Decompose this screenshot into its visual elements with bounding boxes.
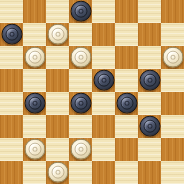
square-f2[interactable] bbox=[115, 138, 138, 161]
square-c8 bbox=[46, 0, 69, 23]
square-c2 bbox=[46, 138, 69, 161]
white-piece-c1[interactable] bbox=[47, 161, 68, 182]
square-b7 bbox=[23, 23, 46, 46]
square-c7[interactable] bbox=[46, 23, 69, 46]
white-piece-d6[interactable] bbox=[70, 46, 91, 67]
square-d6[interactable] bbox=[69, 46, 92, 69]
square-g6 bbox=[138, 46, 161, 69]
square-f4[interactable] bbox=[115, 92, 138, 115]
square-a1[interactable] bbox=[0, 161, 23, 184]
black-piece-b4[interactable] bbox=[24, 92, 45, 113]
square-g5[interactable] bbox=[138, 69, 161, 92]
square-e8 bbox=[92, 0, 115, 23]
square-d3 bbox=[69, 115, 92, 138]
square-d4[interactable] bbox=[69, 92, 92, 115]
square-e2 bbox=[92, 138, 115, 161]
square-h1 bbox=[161, 161, 184, 184]
square-g3[interactable] bbox=[138, 115, 161, 138]
square-a4 bbox=[0, 92, 23, 115]
white-piece-h6[interactable] bbox=[162, 46, 183, 67]
square-f6[interactable] bbox=[115, 46, 138, 69]
white-piece-d2[interactable] bbox=[70, 138, 91, 159]
white-piece-c7[interactable] bbox=[47, 23, 68, 44]
square-g8 bbox=[138, 0, 161, 23]
square-a2 bbox=[0, 138, 23, 161]
black-piece-g5[interactable] bbox=[139, 69, 160, 90]
black-piece-e5[interactable] bbox=[93, 69, 114, 90]
square-g4 bbox=[138, 92, 161, 115]
black-piece-d4[interactable] bbox=[70, 92, 91, 113]
square-g1[interactable] bbox=[138, 161, 161, 184]
square-b1 bbox=[23, 161, 46, 184]
square-c5[interactable] bbox=[46, 69, 69, 92]
square-a6 bbox=[0, 46, 23, 69]
square-d2[interactable] bbox=[69, 138, 92, 161]
checkers-board bbox=[0, 0, 184, 184]
square-h8[interactable] bbox=[161, 0, 184, 23]
square-d8[interactable] bbox=[69, 0, 92, 23]
square-e1[interactable] bbox=[92, 161, 115, 184]
square-e6 bbox=[92, 46, 115, 69]
square-a7[interactable] bbox=[0, 23, 23, 46]
square-h4[interactable] bbox=[161, 92, 184, 115]
square-c4 bbox=[46, 92, 69, 115]
square-h5 bbox=[161, 69, 184, 92]
square-h6[interactable] bbox=[161, 46, 184, 69]
square-e5[interactable] bbox=[92, 69, 115, 92]
square-b5 bbox=[23, 69, 46, 92]
black-piece-f4[interactable] bbox=[116, 92, 137, 113]
square-e3[interactable] bbox=[92, 115, 115, 138]
black-piece-d8[interactable] bbox=[70, 0, 91, 21]
square-b6[interactable] bbox=[23, 46, 46, 69]
square-b3 bbox=[23, 115, 46, 138]
square-g7[interactable] bbox=[138, 23, 161, 46]
square-h3 bbox=[161, 115, 184, 138]
square-d5 bbox=[69, 69, 92, 92]
square-f8[interactable] bbox=[115, 0, 138, 23]
square-a3[interactable] bbox=[0, 115, 23, 138]
square-c1[interactable] bbox=[46, 161, 69, 184]
square-g2 bbox=[138, 138, 161, 161]
square-e7[interactable] bbox=[92, 23, 115, 46]
square-f7 bbox=[115, 23, 138, 46]
square-b4[interactable] bbox=[23, 92, 46, 115]
white-piece-b2[interactable] bbox=[24, 138, 45, 159]
square-d7 bbox=[69, 23, 92, 46]
square-a5[interactable] bbox=[0, 69, 23, 92]
black-piece-g3[interactable] bbox=[139, 115, 160, 136]
square-b8[interactable] bbox=[23, 0, 46, 23]
square-h2[interactable] bbox=[161, 138, 184, 161]
square-f5 bbox=[115, 69, 138, 92]
square-e4 bbox=[92, 92, 115, 115]
square-f3 bbox=[115, 115, 138, 138]
square-c6 bbox=[46, 46, 69, 69]
square-f1 bbox=[115, 161, 138, 184]
square-d1 bbox=[69, 161, 92, 184]
square-b2[interactable] bbox=[23, 138, 46, 161]
square-a8 bbox=[0, 0, 23, 23]
white-piece-b6[interactable] bbox=[24, 46, 45, 67]
black-piece-a7[interactable] bbox=[1, 23, 22, 44]
square-h7 bbox=[161, 23, 184, 46]
square-c3[interactable] bbox=[46, 115, 69, 138]
